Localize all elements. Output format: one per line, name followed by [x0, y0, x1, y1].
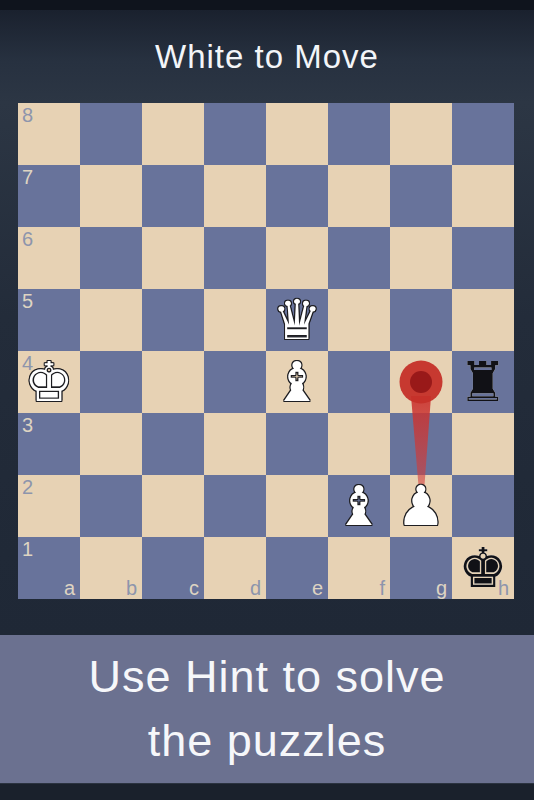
square-a1[interactable]: 1a [18, 537, 80, 599]
square-f4[interactable] [328, 351, 390, 413]
white-pawn-g2: ♟♟ [390, 475, 452, 537]
square-e1[interactable]: e [266, 537, 328, 599]
file-label-c: c [189, 577, 199, 599]
square-c6[interactable] [142, 227, 204, 289]
square-d4[interactable] [204, 351, 266, 413]
square-e5[interactable]: ♛♛ [266, 289, 328, 351]
rank-label-5: 5 [22, 290, 33, 312]
bottom-strip [0, 783, 534, 800]
square-h4[interactable]: ♜♜ [452, 351, 514, 413]
board-section: 8765♛♛4♚♚♝♝♜♜32♝♝♟♟1abcdefgh♚♚ [0, 103, 534, 635]
footer-line-1: Use Hint to solve [88, 645, 445, 709]
square-a2[interactable]: 2 [18, 475, 80, 537]
black-king-h1: ♚♚ [452, 537, 514, 599]
square-e2[interactable] [266, 475, 328, 537]
square-e7[interactable] [266, 165, 328, 227]
footer-banner: Use Hint to solve the puzzles [0, 635, 534, 783]
white-queen-e5: ♛♛ [266, 289, 328, 351]
file-label-a: a [64, 577, 75, 599]
square-d5[interactable] [204, 289, 266, 351]
square-a5[interactable]: 5 [18, 289, 80, 351]
white-bishop-f2: ♝♝ [328, 475, 390, 537]
square-b5[interactable] [80, 289, 142, 351]
square-f5[interactable] [328, 289, 390, 351]
rank-label-3: 3 [22, 414, 33, 436]
square-g2[interactable]: ♟♟ [390, 475, 452, 537]
square-d1[interactable]: d [204, 537, 266, 599]
square-e3[interactable] [266, 413, 328, 475]
square-g1[interactable]: g [390, 537, 452, 599]
rank-label-1: 1 [22, 538, 33, 560]
file-label-e: e [312, 577, 323, 599]
square-f8[interactable] [328, 103, 390, 165]
square-c5[interactable] [142, 289, 204, 351]
square-c4[interactable] [142, 351, 204, 413]
square-b6[interactable] [80, 227, 142, 289]
page-title: White to Move [155, 38, 379, 76]
square-a3[interactable]: 3 [18, 413, 80, 475]
square-e4[interactable]: ♝♝ [266, 351, 328, 413]
square-b1[interactable]: b [80, 537, 142, 599]
square-b7[interactable] [80, 165, 142, 227]
footer-line-2: the puzzles [148, 709, 387, 773]
square-c1[interactable]: c [142, 537, 204, 599]
square-h7[interactable] [452, 165, 514, 227]
square-e6[interactable] [266, 227, 328, 289]
square-f2[interactable]: ♝♝ [328, 475, 390, 537]
black-rook-h4: ♜♜ [452, 351, 514, 413]
square-b4[interactable] [80, 351, 142, 413]
square-h1[interactable]: h♚♚ [452, 537, 514, 599]
square-d2[interactable] [204, 475, 266, 537]
square-f7[interactable] [328, 165, 390, 227]
square-f6[interactable] [328, 227, 390, 289]
square-h6[interactable] [452, 227, 514, 289]
rank-label-2: 2 [22, 476, 33, 498]
rank-label-6: 6 [22, 228, 33, 250]
square-b8[interactable] [80, 103, 142, 165]
square-d7[interactable] [204, 165, 266, 227]
square-h8[interactable] [452, 103, 514, 165]
top-strip [0, 0, 534, 10]
app: White to Move 8765♛♛4♚♚♝♝♜♜32♝♝♟♟1abcdef… [0, 0, 534, 800]
rank-label-8: 8 [22, 104, 33, 126]
square-g6[interactable] [390, 227, 452, 289]
square-c7[interactable] [142, 165, 204, 227]
square-c8[interactable] [142, 103, 204, 165]
square-d8[interactable] [204, 103, 266, 165]
rank-label-7: 7 [22, 166, 33, 188]
square-c2[interactable] [142, 475, 204, 537]
white-bishop-e4: ♝♝ [266, 351, 328, 413]
square-h3[interactable] [452, 413, 514, 475]
square-a7[interactable]: 7 [18, 165, 80, 227]
square-f3[interactable] [328, 413, 390, 475]
square-g5[interactable] [390, 289, 452, 351]
file-label-g: g [436, 577, 447, 599]
board-wrap: 8765♛♛4♚♚♝♝♜♜32♝♝♟♟1abcdefgh♚♚ [18, 103, 514, 599]
square-b3[interactable] [80, 413, 142, 475]
square-a4[interactable]: 4♚♚ [18, 351, 80, 413]
square-e8[interactable] [266, 103, 328, 165]
square-h2[interactable] [452, 475, 514, 537]
file-label-b: b [126, 577, 137, 599]
square-b2[interactable] [80, 475, 142, 537]
square-d3[interactable] [204, 413, 266, 475]
square-g8[interactable] [390, 103, 452, 165]
header: White to Move [0, 10, 534, 103]
square-g3[interactable] [390, 413, 452, 475]
square-a8[interactable]: 8 [18, 103, 80, 165]
square-a6[interactable]: 6 [18, 227, 80, 289]
file-label-d: d [250, 577, 261, 599]
board: 8765♛♛4♚♚♝♝♜♜32♝♝♟♟1abcdefgh♚♚ [18, 103, 514, 599]
file-label-f: f [379, 577, 385, 599]
square-g4[interactable] [390, 351, 452, 413]
square-c3[interactable] [142, 413, 204, 475]
square-g7[interactable] [390, 165, 452, 227]
white-king-a4: ♚♚ [18, 351, 80, 413]
square-h5[interactable] [452, 289, 514, 351]
square-d6[interactable] [204, 227, 266, 289]
square-f1[interactable]: f [328, 537, 390, 599]
